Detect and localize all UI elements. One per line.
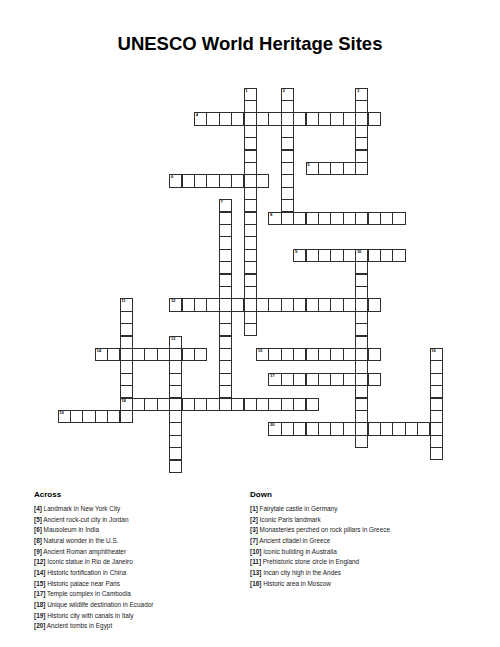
grid-cell-r17-c22[interactable] bbox=[330, 298, 343, 311]
grid-cell-r2-c21[interactable] bbox=[318, 112, 331, 125]
grid-cell-r29-c9[interactable] bbox=[169, 447, 182, 460]
grid-cell-r27-c18[interactable] bbox=[281, 422, 294, 435]
grid-cell-r22-c30[interactable] bbox=[430, 360, 443, 373]
clue-number-badge: 20 bbox=[270, 423, 274, 428]
grid-cell-r26-c24[interactable] bbox=[355, 410, 368, 423]
clue-item-10: [10] Iconic building in Australia bbox=[250, 547, 485, 558]
grid-cell-r23-c24[interactable] bbox=[355, 373, 368, 386]
grid-cell-r13-c25[interactable] bbox=[368, 249, 381, 262]
grid-cell-r26-c0[interactable]: 19 bbox=[58, 410, 71, 423]
grid-cell-r21-c20[interactable] bbox=[306, 348, 319, 361]
grid-cell-r8-c18[interactable] bbox=[281, 187, 294, 200]
grid-cell-r10-c22[interactable] bbox=[330, 212, 343, 225]
clue-item-number: [3] bbox=[250, 526, 258, 533]
grid-cell-r15-c24[interactable] bbox=[355, 274, 368, 287]
grid-cell-r10-c15[interactable] bbox=[244, 212, 257, 225]
grid-cell-r3-c24[interactable] bbox=[355, 125, 368, 138]
grid-cell-r26-c4[interactable] bbox=[107, 410, 120, 423]
grid-cell-r4-c15[interactable] bbox=[244, 137, 257, 150]
clue-item-number: [20] bbox=[34, 622, 45, 629]
grid-cell-r17-c20[interactable] bbox=[306, 298, 319, 311]
grid-cell-r21-c16[interactable]: 15 bbox=[256, 348, 269, 361]
clue-item-text: Unique wildlife destination in Ecuador bbox=[45, 601, 153, 608]
clue-item-2: [2] Iconic Paris landmark bbox=[250, 515, 485, 526]
grid-cell-r17-c17[interactable] bbox=[268, 298, 281, 311]
clue-number-badge: 16 bbox=[431, 349, 435, 354]
grid-cell-r22-c13[interactable] bbox=[219, 360, 232, 373]
grid-cell-r17-c11[interactable] bbox=[194, 298, 207, 311]
clue-item-1: [1] Fairytale castle in Germany bbox=[250, 504, 485, 515]
grid-cell-r10-c26[interactable] bbox=[380, 212, 393, 225]
clue-item-number: [9] bbox=[34, 548, 42, 555]
grid-cell-r25-c16[interactable] bbox=[256, 398, 269, 411]
grid-cell-r10-c18[interactable] bbox=[281, 212, 294, 225]
grid-cell-r21-c6[interactable] bbox=[132, 348, 145, 361]
grid-cell-r14-c15[interactable] bbox=[244, 261, 257, 274]
grid-cell-r2-c15[interactable] bbox=[244, 112, 257, 125]
grid-cell-r27-c26[interactable] bbox=[380, 422, 393, 435]
grid-cell-r7-c15[interactable] bbox=[244, 174, 257, 187]
clue-number-badge: 19 bbox=[59, 411, 63, 416]
grid-cell-r12-c15[interactable] bbox=[244, 236, 257, 249]
grid-cell-r29-c30[interactable] bbox=[430, 447, 443, 460]
grid-cell-r21-c11[interactable] bbox=[194, 348, 207, 361]
grid-cell-r13-c19[interactable]: 9 bbox=[293, 249, 306, 262]
clue-item-number: [15] bbox=[34, 580, 45, 587]
clue-item-20: [20] Ancient tombs in Egypt bbox=[34, 621, 246, 632]
clue-item-number: [2] bbox=[250, 516, 258, 523]
grid-cell-r25-c10[interactable] bbox=[182, 398, 195, 411]
grid-cell-r1-c18[interactable] bbox=[281, 100, 294, 113]
grid-cell-r0-c15[interactable]: 1 bbox=[244, 88, 257, 101]
grid-cell-r18-c13[interactable] bbox=[219, 311, 232, 324]
grid-cell-r3-c15[interactable] bbox=[244, 125, 257, 138]
grid-cell-r26-c3[interactable] bbox=[95, 410, 108, 423]
clue-item-number: [1] bbox=[250, 505, 258, 512]
grid-cell-r21-c30[interactable]: 16 bbox=[430, 348, 443, 361]
grid-cell-r2-c23[interactable] bbox=[343, 112, 356, 125]
grid-cell-r23-c21[interactable] bbox=[318, 373, 331, 386]
clue-item-text: Monasteries perched on rock pillars in G… bbox=[258, 526, 390, 533]
grid-cell-r21-c25[interactable] bbox=[368, 348, 381, 361]
grid-cell-r4-c18[interactable] bbox=[281, 137, 294, 150]
grid-cell-r17-c13[interactable] bbox=[219, 298, 232, 311]
clue-item-number: [18] bbox=[34, 601, 45, 608]
clue-item-15: [15] Historic palace near Paris bbox=[34, 579, 246, 590]
grid-cell-r2-c24[interactable] bbox=[355, 112, 368, 125]
grid-cell-r6-c24[interactable] bbox=[355, 162, 368, 175]
grid-cell-r17-c16[interactable] bbox=[256, 298, 269, 311]
down-header: Down bbox=[250, 490, 485, 499]
clue-number-badge: 3 bbox=[357, 89, 359, 94]
grid-cell-r21-c13[interactable] bbox=[219, 348, 232, 361]
clue-number-badge: 4 bbox=[196, 113, 198, 118]
clue-item-number: [12] bbox=[34, 558, 45, 565]
grid-cell-r22-c9[interactable] bbox=[169, 360, 182, 373]
grid-cell-r13-c20[interactable] bbox=[306, 249, 319, 262]
grid-cell-r3-c18[interactable] bbox=[281, 125, 294, 138]
grid-cell-r9-c18[interactable] bbox=[281, 199, 294, 212]
grid-cell-r25-c12[interactable] bbox=[206, 398, 219, 411]
clue-item-text: Iconic statue in Rio de Janeiro bbox=[45, 558, 132, 565]
grid-cell-r26-c5[interactable] bbox=[120, 410, 133, 423]
grid-cell-r21-c5[interactable] bbox=[120, 348, 133, 361]
clue-number-badge: 13 bbox=[171, 337, 175, 342]
clue-item-8: [8] Natural wonder in the U.S. bbox=[34, 536, 246, 547]
grid-cell-r2-c18[interactable] bbox=[281, 112, 294, 125]
clue-item-text: Prehistoric stone circle in England bbox=[261, 558, 359, 565]
clue-item-number: [6] bbox=[34, 526, 42, 533]
clue-item-18: [18] Unique wildlife destination in Ecua… bbox=[34, 600, 246, 611]
grid-cell-r24-c9[interactable] bbox=[169, 385, 182, 398]
grid-cell-r24-c13[interactable] bbox=[219, 385, 232, 398]
grid-cell-r24-c30[interactable] bbox=[430, 385, 443, 398]
grid-cell-r23-c5[interactable] bbox=[120, 373, 133, 386]
grid-cell-r7-c10[interactable] bbox=[182, 174, 195, 187]
grid-cell-r17-c19[interactable] bbox=[293, 298, 306, 311]
grid-cell-r17-c23[interactable] bbox=[343, 298, 356, 311]
grid-cell-r21-c23[interactable] bbox=[343, 348, 356, 361]
grid-cell-r23-c9[interactable] bbox=[169, 373, 182, 386]
clue-item-number: [5] bbox=[34, 516, 42, 523]
clue-number-badge: 5 bbox=[307, 163, 309, 168]
grid-cell-r27-c21[interactable] bbox=[318, 422, 331, 435]
grid-cell-r17-c18[interactable] bbox=[281, 298, 294, 311]
grid-cell-r0-c18[interactable]: 2 bbox=[281, 88, 294, 101]
grid-cell-r17-c14[interactable] bbox=[231, 298, 244, 311]
grid-cell-r13-c23[interactable] bbox=[343, 249, 356, 262]
across-clue-list: [4] Landmark in New York City[5] Ancient… bbox=[34, 504, 246, 632]
grid-cell-r25-c6[interactable] bbox=[132, 398, 145, 411]
grid-cell-r28-c24[interactable] bbox=[355, 435, 368, 448]
grid-cell-r19-c5[interactable] bbox=[120, 323, 133, 336]
grid-cell-r20-c24[interactable] bbox=[355, 336, 368, 349]
grid-cell-r10-c20[interactable] bbox=[306, 212, 319, 225]
grid-cell-r6-c18[interactable] bbox=[281, 162, 294, 175]
grid-cell-r25-c7[interactable] bbox=[144, 398, 157, 411]
grid-cell-r13-c24[interactable]: 10 bbox=[355, 249, 368, 262]
grid-cell-r11-c13[interactable] bbox=[219, 224, 232, 237]
clue-item-number: [10] bbox=[250, 548, 261, 555]
grid-cell-r13-c21[interactable] bbox=[318, 249, 331, 262]
grid-cell-r2-c11[interactable]: 4 bbox=[194, 112, 207, 125]
clue-item-7: [7] Ancient citadel in Greece bbox=[250, 536, 485, 547]
clue-item-text: Ancient Roman amphitheater bbox=[42, 548, 126, 555]
clue-item-text: Mausoleum in India bbox=[42, 526, 99, 533]
grid-cell-r17-c24[interactable] bbox=[355, 298, 368, 311]
grid-cell-r11-c15[interactable] bbox=[244, 224, 257, 237]
grid-cell-r4-c24[interactable] bbox=[355, 137, 368, 150]
clue-number-badge: 8 bbox=[270, 213, 272, 218]
grid-cell-r2-c16[interactable] bbox=[256, 112, 269, 125]
grid-cell-r16-c15[interactable] bbox=[244, 286, 257, 299]
grid-cell-r23-c19[interactable] bbox=[293, 373, 306, 386]
grid-cell-r26-c2[interactable] bbox=[82, 410, 95, 423]
clue-item-3: [3] Monasteries perched on rock pillars … bbox=[250, 525, 485, 536]
grid-cell-r13-c27[interactable] bbox=[392, 249, 405, 262]
grid-cell-r21-c8[interactable] bbox=[157, 348, 170, 361]
grid-cell-r1-c24[interactable] bbox=[355, 100, 368, 113]
grid-cell-r21-c4[interactable] bbox=[107, 348, 120, 361]
clue-item-11: [11] Prehistoric stone circle in England bbox=[250, 557, 485, 568]
grid-cell-r15-c15[interactable] bbox=[244, 274, 257, 287]
grid-cell-r21-c17[interactable] bbox=[268, 348, 281, 361]
grid-cell-r17-c9[interactable]: 12 bbox=[169, 298, 182, 311]
grid-cell-r25-c19[interactable] bbox=[293, 398, 306, 411]
clue-item-number: [11] bbox=[250, 558, 261, 565]
grid-cell-r2-c20[interactable] bbox=[306, 112, 319, 125]
grid-cell-r25-c14[interactable] bbox=[231, 398, 244, 411]
clue-item-number: [4] bbox=[34, 505, 42, 512]
grid-cell-r26-c30[interactable] bbox=[430, 410, 443, 423]
grid-cell-r17-c10[interactable] bbox=[182, 298, 195, 311]
grid-cell-r25-c30[interactable] bbox=[430, 398, 443, 411]
grid-cell-r27-c29[interactable] bbox=[417, 422, 430, 435]
grid-cell-r21-c3[interactable]: 14 bbox=[95, 348, 108, 361]
grid-cell-r13-c22[interactable] bbox=[330, 249, 343, 262]
grid-cell-r2-c25[interactable] bbox=[368, 112, 381, 125]
grid-cell-r2-c22[interactable] bbox=[330, 112, 343, 125]
grid-cell-r7-c16[interactable] bbox=[256, 174, 269, 187]
grid-cell-r10-c21[interactable] bbox=[318, 212, 331, 225]
grid-cell-r7-c11[interactable] bbox=[194, 174, 207, 187]
grid-cell-r23-c30[interactable] bbox=[430, 373, 443, 386]
grid-cell-r2-c19[interactable] bbox=[293, 112, 306, 125]
clue-item-number: [17] bbox=[34, 590, 45, 597]
grid-cell-r18-c15[interactable] bbox=[244, 311, 257, 324]
clue-item-9: [9] Ancient Roman amphitheater bbox=[34, 547, 246, 558]
clue-item-text: Historic city with canals in Italy bbox=[45, 612, 133, 619]
clue-item-text: Incan city high in the Andes bbox=[261, 569, 341, 576]
grid-cell-r25-c15[interactable] bbox=[244, 398, 257, 411]
grid-cell-r25-c24[interactable] bbox=[355, 398, 368, 411]
clue-number-badge: 17 bbox=[270, 374, 274, 379]
grid-cell-r14-c24[interactable] bbox=[355, 261, 368, 274]
grid-cell-r12-c13[interactable] bbox=[219, 236, 232, 249]
grid-cell-r2-c12[interactable] bbox=[206, 112, 219, 125]
grid-cell-r27-c30[interactable] bbox=[430, 422, 443, 435]
grid-cell-r10-c19[interactable] bbox=[293, 212, 306, 225]
grid-cell-r6-c23[interactable] bbox=[343, 162, 356, 175]
clue-item-text: Historic area in Moscow bbox=[261, 580, 331, 587]
grid-cell-r0-c24[interactable]: 3 bbox=[355, 88, 368, 101]
grid-cell-r20-c13[interactable] bbox=[219, 336, 232, 349]
down-clue-list: [1] Fairytale castle in Germany[2] Iconi… bbox=[250, 504, 485, 589]
clue-item-5: [5] Ancient rock-cut city in Jordan bbox=[34, 515, 246, 526]
grid-cell-r27-c27[interactable] bbox=[392, 422, 405, 435]
clue-item-text: Temple complex in Cambodia bbox=[45, 590, 131, 597]
grid-cell-r28-c30[interactable] bbox=[430, 435, 443, 448]
clue-item-text: Landmark in New York City bbox=[42, 505, 121, 512]
grid-cell-r5-c15[interactable] bbox=[244, 150, 257, 163]
clue-number-badge: 11 bbox=[121, 299, 125, 304]
clue-item-text: Ancient citadel in Greece bbox=[258, 537, 330, 544]
grid-cell-r27-c24[interactable] bbox=[355, 422, 368, 435]
grid-cell-r27-c28[interactable] bbox=[405, 422, 418, 435]
grid-cell-r2-c13[interactable] bbox=[219, 112, 232, 125]
grid-cell-r8-c15[interactable] bbox=[244, 187, 257, 200]
clue-item-13: [13] Incan city high in the Andes bbox=[250, 568, 485, 579]
grid-cell-r6-c22[interactable] bbox=[330, 162, 343, 175]
grid-cell-r21-c10[interactable] bbox=[182, 348, 195, 361]
grid-cell-r1-c15[interactable] bbox=[244, 100, 257, 113]
grid-cell-r16-c13[interactable] bbox=[219, 286, 232, 299]
grid-cell-r24-c5[interactable] bbox=[120, 385, 133, 398]
grid-cell-r14-c13[interactable] bbox=[219, 261, 232, 274]
clue-item-text: Fairytale castle in Germany bbox=[258, 505, 338, 512]
grid-cell-r2-c17[interactable] bbox=[268, 112, 281, 125]
grid-cell-r2-c14[interactable] bbox=[231, 112, 244, 125]
grid-cell-r23-c25[interactable] bbox=[368, 373, 381, 386]
grid-cell-r21-c9[interactable] bbox=[169, 348, 182, 361]
clue-item-text: Ancient rock-cut city in Jordan bbox=[42, 516, 129, 523]
grid-cell-r25-c9[interactable] bbox=[169, 398, 182, 411]
grid-cell-r17-c25[interactable] bbox=[368, 298, 381, 311]
grid-cell-r13-c15[interactable] bbox=[244, 249, 257, 262]
grid-cell-r21-c19[interactable] bbox=[293, 348, 306, 361]
grid-cell-r21-c21[interactable] bbox=[318, 348, 331, 361]
grid-cell-r17-c12[interactable] bbox=[206, 298, 219, 311]
grid-cell-r25-c11[interactable] bbox=[194, 398, 207, 411]
grid-cell-r26-c9[interactable] bbox=[169, 410, 182, 423]
crossword-page: UNESCO World Heritage Sites 123456789101… bbox=[0, 0, 500, 647]
grid-cell-r23-c23[interactable] bbox=[343, 373, 356, 386]
grid-cell-r16-c24[interactable] bbox=[355, 286, 368, 299]
grid-cell-r30-c9[interactable] bbox=[169, 460, 182, 473]
clue-number-badge: 7 bbox=[220, 200, 222, 205]
grid-cell-r17-c5[interactable]: 11 bbox=[120, 298, 133, 311]
grid-cell-r25-c17[interactable] bbox=[268, 398, 281, 411]
clue-number-badge: 1 bbox=[245, 89, 247, 94]
clue-item-14: [14] Historic fortification in China bbox=[34, 568, 246, 579]
grid-cell-r7-c14[interactable] bbox=[231, 174, 244, 187]
grid-cell-r22-c5[interactable] bbox=[120, 360, 133, 373]
clue-item-text: Natural wonder in the U.S. bbox=[42, 537, 119, 544]
grid-cell-r7-c18[interactable] bbox=[281, 174, 294, 187]
grid-cell-r25-c20[interactable] bbox=[306, 398, 319, 411]
clue-number-badge: 18 bbox=[121, 399, 125, 404]
clue-item-text: Ancient tombs in Egypt bbox=[45, 622, 112, 629]
grid-cell-r27-c25[interactable] bbox=[368, 422, 381, 435]
grid-cell-r13-c13[interactable] bbox=[219, 249, 232, 262]
clue-item-number: [7] bbox=[250, 537, 258, 544]
clue-item-17: [17] Temple complex in Cambodia bbox=[34, 589, 246, 600]
clue-item-19: [19] Historic city with canals in Italy bbox=[34, 611, 246, 622]
puzzle-title: UNESCO World Heritage Sites bbox=[0, 33, 500, 55]
clue-item-12: [12] Iconic statue in Rio de Janeiro bbox=[34, 557, 246, 568]
clue-number-badge: 14 bbox=[96, 349, 100, 354]
clue-item-number: [13] bbox=[250, 569, 261, 576]
down-clues-section: Down [1] Fairytale castle in Germany[2] … bbox=[250, 490, 485, 589]
grid-cell-r10-c27[interactable] bbox=[392, 212, 405, 225]
grid-cell-r23-c22[interactable] bbox=[330, 373, 343, 386]
grid-cell-r10-c13[interactable] bbox=[219, 212, 232, 225]
clue-item-text: Historic fortification in China bbox=[45, 569, 126, 576]
grid-cell-r20-c5[interactable] bbox=[120, 336, 133, 349]
clue-item-text: Iconic Paris landmark bbox=[258, 516, 321, 523]
grid-cell-r10-c23[interactable] bbox=[343, 212, 356, 225]
grid-cell-r27-c17[interactable]: 20 bbox=[268, 422, 281, 435]
grid-cell-r7-c13[interactable] bbox=[219, 174, 232, 187]
clue-item-number: [16] bbox=[250, 580, 261, 587]
grid-cell-r10-c24[interactable] bbox=[355, 212, 368, 225]
across-clues-section: Across [4] Landmark in New York City[5] … bbox=[34, 490, 246, 632]
grid-cell-r21-c7[interactable] bbox=[144, 348, 157, 361]
clue-item-6: [6] Mausoleum in India bbox=[34, 525, 246, 536]
grid-cell-r9-c13[interactable]: 7 bbox=[219, 199, 232, 212]
clue-number-badge: 9 bbox=[295, 250, 297, 255]
grid-cell-r6-c15[interactable] bbox=[244, 162, 257, 175]
clue-number-badge: 15 bbox=[258, 349, 262, 354]
grid-cell-r13-c26[interactable] bbox=[380, 249, 393, 262]
clue-number-badge: 10 bbox=[357, 250, 361, 255]
grid-cell-r25-c5[interactable]: 18 bbox=[120, 398, 133, 411]
grid-cell-r17-c21[interactable] bbox=[318, 298, 331, 311]
grid-cell-r6-c20[interactable]: 5 bbox=[306, 162, 319, 175]
grid-cell-r25-c8[interactable] bbox=[157, 398, 170, 411]
grid-cell-r18-c5[interactable] bbox=[120, 311, 133, 324]
grid-cell-r20-c9[interactable]: 13 bbox=[169, 336, 182, 349]
grid-cell-r7-c9[interactable]: 6 bbox=[169, 174, 182, 187]
clue-item-number: [19] bbox=[34, 612, 45, 619]
grid-cell-r27-c22[interactable] bbox=[330, 422, 343, 435]
grid-cell-r5-c24[interactable] bbox=[355, 150, 368, 163]
grid-cell-r6-c21[interactable] bbox=[318, 162, 331, 175]
grid-cell-r25-c13[interactable] bbox=[219, 398, 232, 411]
clue-item-text: Iconic building in Australia bbox=[261, 548, 336, 555]
crossword-grid: 1234567891011121314151617181920 bbox=[58, 88, 443, 473]
clue-item-4: [4] Landmark in New York City bbox=[34, 504, 246, 515]
grid-cell-r21-c24[interactable] bbox=[355, 348, 368, 361]
grid-cell-r10-c25[interactable] bbox=[368, 212, 381, 225]
clue-number-badge: 6 bbox=[171, 175, 173, 180]
grid-cell-r23-c17[interactable]: 17 bbox=[268, 373, 281, 386]
grid-cell-r27-c19[interactable] bbox=[293, 422, 306, 435]
grid-cell-r10-c17[interactable]: 8 bbox=[268, 212, 281, 225]
grid-cell-r5-c18[interactable] bbox=[281, 150, 294, 163]
grid-cell-r23-c20[interactable] bbox=[306, 373, 319, 386]
grid-cell-r27-c20[interactable] bbox=[306, 422, 319, 435]
grid-cell-r17-c15[interactable] bbox=[244, 298, 257, 311]
clue-item-number: [14] bbox=[34, 569, 45, 576]
grid-cell-r19-c15[interactable] bbox=[244, 323, 257, 336]
grid-cell-r21-c18[interactable] bbox=[281, 348, 294, 361]
grid-cell-r19-c24[interactable] bbox=[355, 323, 368, 336]
grid-cell-r27-c23[interactable] bbox=[343, 422, 356, 435]
clue-number-badge: 2 bbox=[282, 89, 284, 94]
grid-cell-r9-c15[interactable] bbox=[244, 199, 257, 212]
grid-cell-r19-c13[interactable] bbox=[219, 323, 232, 336]
across-header: Across bbox=[34, 490, 246, 499]
grid-cell-r25-c18[interactable] bbox=[281, 398, 294, 411]
clue-item-16: [16] Historic area in Moscow bbox=[250, 579, 485, 590]
grid-cell-r18-c24[interactable] bbox=[355, 311, 368, 324]
grid-cell-r21-c22[interactable] bbox=[330, 348, 343, 361]
grid-cell-r15-c13[interactable] bbox=[219, 274, 232, 287]
grid-cell-r24-c24[interactable] bbox=[355, 385, 368, 398]
grid-cell-r27-c9[interactable] bbox=[169, 422, 182, 435]
clue-item-text: Historic palace near Paris bbox=[45, 580, 120, 587]
grid-cell-r26-c1[interactable] bbox=[70, 410, 83, 423]
clue-number-badge: 12 bbox=[171, 299, 175, 304]
grid-cell-r28-c9[interactable] bbox=[169, 435, 182, 448]
grid-cell-r7-c12[interactable] bbox=[206, 174, 219, 187]
grid-cell-r23-c18[interactable] bbox=[281, 373, 294, 386]
clue-item-number: [8] bbox=[34, 537, 42, 544]
grid-cell-r23-c13[interactable] bbox=[219, 373, 232, 386]
grid-cell-r22-c24[interactable] bbox=[355, 360, 368, 373]
